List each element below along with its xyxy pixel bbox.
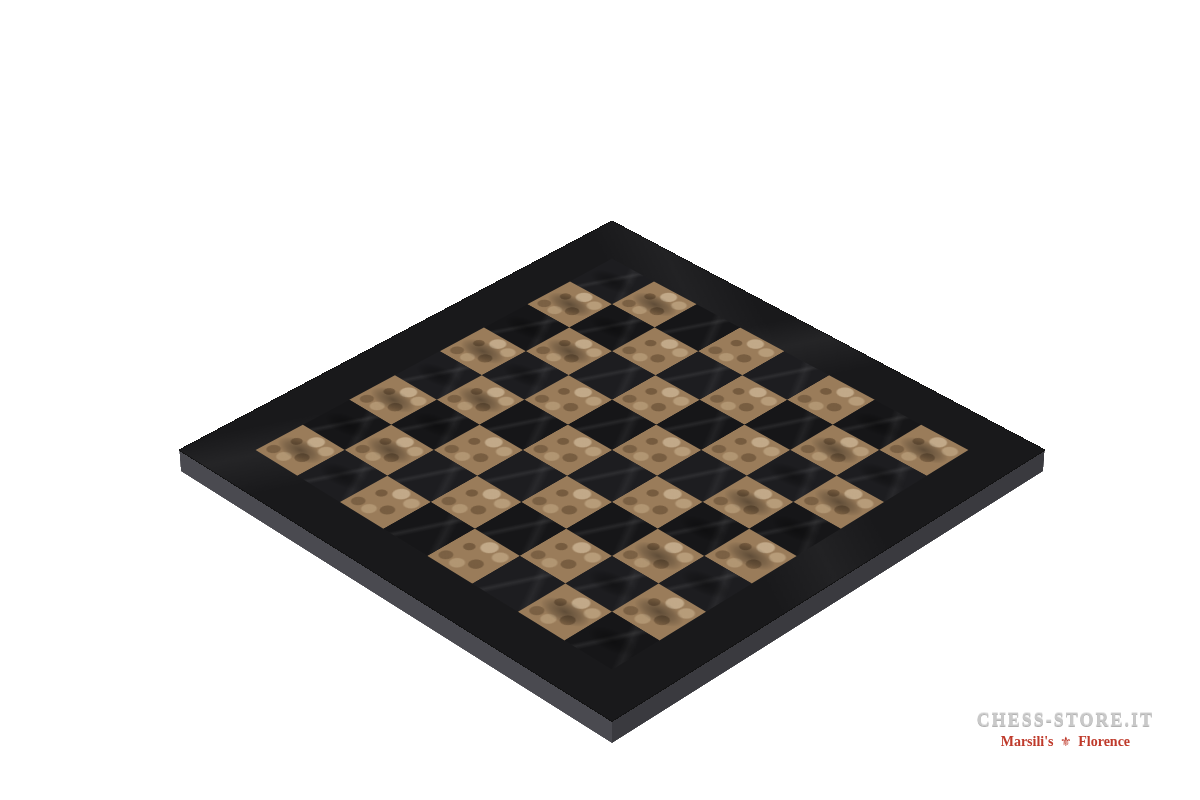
piece-shadow [539,334,599,367]
watermark-store-text: CHESS-STORE.IT [977,710,1154,731]
product-photo-stage: ♜♟♟♜♞♟♟♞♝♟♟♝♚♟♟♛♛♟♟♚♝♟♟♝♞♟♟♞♜♟♟♜ CHESS-S… [0,0,1200,800]
piece-shadow [579,620,645,660]
board-3d-scene: ♜♟♟♜♞♟♟♞♝♟♟♝♚♟♟♛♛♟♟♚♝♟♟♝♞♟♟♞♜♟♟♜ [0,0,1200,800]
board-grid: ♜♟♟♜♞♟♟♞♝♟♟♝♚♟♟♛♛♟♟♚♝♟♟♝♞♟♟♞♜♟♟♜ [256,259,969,670]
piece-shadow [672,564,737,603]
piece-shadow [363,382,423,416]
watermark: CHESS-STORE.IT Marsili's ⚜ Florence [977,710,1154,750]
piece-shadow [718,537,783,575]
brand-right-text: Florence [1078,734,1130,749]
piece-shadow [850,457,914,493]
chess-board: ♜♟♟♜♞♟♟♞♝♟♟♝♚♟♟♛♛♟♟♚♝♟♟♝♞♟♟♞♜♟♟♜ [179,221,1044,721]
piece-shadow [312,457,374,493]
piece-shadow [270,432,331,468]
piece-shadow [803,432,866,468]
watermark-brand-line: Marsili's ⚜ Florence [977,734,1154,750]
fleur-de-lis-icon: ⚜ [1057,734,1075,749]
brand-left-text: Marsili's [1001,734,1054,749]
piece-shadow [846,407,909,442]
chess-piece-black-K-e8: ♚ [377,193,590,357]
